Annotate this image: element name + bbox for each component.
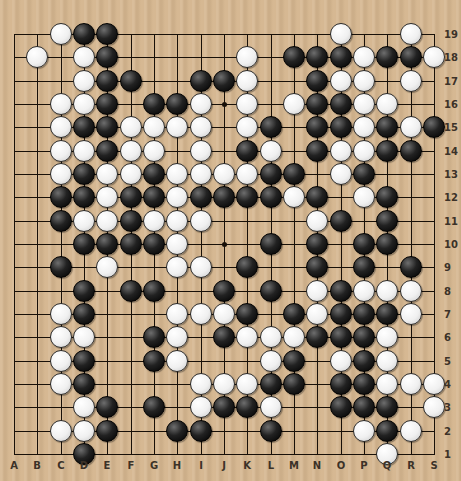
row-label-14: 14 <box>444 146 458 157</box>
white-stone-I14[interactable] <box>190 140 212 162</box>
column-label-I: I <box>199 460 203 471</box>
black-stone-Q12[interactable] <box>376 186 398 208</box>
white-stone-Q4[interactable] <box>376 373 398 395</box>
black-stone-G12[interactable] <box>143 186 165 208</box>
black-stone-J3[interactable] <box>213 396 235 418</box>
black-stone-D15[interactable] <box>73 116 95 138</box>
white-stone-C2[interactable] <box>50 420 72 442</box>
white-stone-N11[interactable] <box>306 210 328 232</box>
black-stone-N17[interactable] <box>306 70 328 92</box>
white-stone-C13[interactable] <box>50 163 72 185</box>
white-stone-F13[interactable] <box>120 163 142 185</box>
black-stone-P7[interactable] <box>353 303 375 325</box>
black-stone-G5[interactable] <box>143 350 165 372</box>
white-stone-E12[interactable] <box>96 186 118 208</box>
white-stone-Q5[interactable] <box>376 350 398 372</box>
black-stone-Q18[interactable] <box>376 46 398 68</box>
white-stone-Q8[interactable] <box>376 280 398 302</box>
white-stone-P8[interactable] <box>353 280 375 302</box>
black-stone-G3[interactable] <box>143 396 165 418</box>
white-stone-D14[interactable] <box>73 140 95 162</box>
white-stone-D2[interactable] <box>73 420 95 442</box>
column-label-H: H <box>173 460 181 471</box>
black-stone-N10[interactable] <box>306 233 328 255</box>
black-stone-Q15[interactable] <box>376 116 398 138</box>
white-stone-K13[interactable] <box>236 163 258 185</box>
black-stone-M13[interactable] <box>283 163 305 185</box>
white-stone-G14[interactable] <box>143 140 165 162</box>
black-stone-D13[interactable] <box>73 163 95 185</box>
white-stone-I4[interactable] <box>190 373 212 395</box>
black-stone-P13[interactable] <box>353 163 375 185</box>
white-stone-E9[interactable] <box>96 256 118 278</box>
white-stone-D11[interactable] <box>73 210 95 232</box>
black-stone-M5[interactable] <box>283 350 305 372</box>
black-stone-C11[interactable] <box>50 210 72 232</box>
black-stone-P3[interactable] <box>353 396 375 418</box>
row-label-10: 10 <box>444 239 458 250</box>
white-stone-H15[interactable] <box>166 116 188 138</box>
white-stone-G11[interactable] <box>143 210 165 232</box>
black-stone-H16[interactable] <box>166 93 188 115</box>
black-stone-D5[interactable] <box>73 350 95 372</box>
row-label-9: 9 <box>444 262 451 273</box>
white-stone-L14[interactable] <box>260 140 282 162</box>
black-stone-G8[interactable] <box>143 280 165 302</box>
white-stone-H6[interactable] <box>166 326 188 348</box>
black-stone-G10[interactable] <box>143 233 165 255</box>
white-stone-K6[interactable] <box>236 326 258 348</box>
white-stone-H11[interactable] <box>166 210 188 232</box>
white-stone-R17[interactable] <box>400 70 422 92</box>
black-stone-O15[interactable] <box>330 116 352 138</box>
white-stone-P12[interactable] <box>353 186 375 208</box>
row-label-6: 6 <box>444 332 451 343</box>
black-stone-L4[interactable] <box>260 373 282 395</box>
white-stone-O19[interactable] <box>330 23 352 45</box>
column-label-S: S <box>430 460 437 471</box>
white-stone-F14[interactable] <box>120 140 142 162</box>
column-label-K: K <box>243 460 251 471</box>
white-stone-O5[interactable] <box>330 350 352 372</box>
white-stone-R15[interactable] <box>400 116 422 138</box>
white-stone-D17[interactable] <box>73 70 95 92</box>
black-stone-L10[interactable] <box>260 233 282 255</box>
black-stone-C9[interactable] <box>50 256 72 278</box>
white-stone-R19[interactable] <box>400 23 422 45</box>
black-stone-I17[interactable] <box>190 70 212 92</box>
black-stone-E18[interactable] <box>96 46 118 68</box>
white-stone-Q6[interactable] <box>376 326 398 348</box>
white-stone-P18[interactable] <box>353 46 375 68</box>
black-stone-F10[interactable] <box>120 233 142 255</box>
white-stone-C19[interactable] <box>50 23 72 45</box>
white-stone-I15[interactable] <box>190 116 212 138</box>
black-stone-M7[interactable] <box>283 303 305 325</box>
column-label-M: M <box>289 460 299 471</box>
white-stone-M12[interactable] <box>283 186 305 208</box>
white-stone-P14[interactable] <box>353 140 375 162</box>
black-stone-E17[interactable] <box>96 70 118 92</box>
white-stone-H9[interactable] <box>166 256 188 278</box>
black-stone-G13[interactable] <box>143 163 165 185</box>
black-stone-O8[interactable] <box>330 280 352 302</box>
column-label-N: N <box>313 460 321 471</box>
row-label-12: 12 <box>444 192 458 203</box>
white-stone-K16[interactable] <box>236 93 258 115</box>
black-stone-N18[interactable] <box>306 46 328 68</box>
white-stone-S3[interactable] <box>423 396 445 418</box>
column-label-P: P <box>360 460 367 471</box>
black-stone-D19[interactable] <box>73 23 95 45</box>
black-stone-K3[interactable] <box>236 396 258 418</box>
white-stone-R8[interactable] <box>400 280 422 302</box>
white-stone-E11[interactable] <box>96 210 118 232</box>
black-stone-I12[interactable] <box>190 186 212 208</box>
black-stone-F11[interactable] <box>120 210 142 232</box>
black-stone-K7[interactable] <box>236 303 258 325</box>
white-stone-C7[interactable] <box>50 303 72 325</box>
black-stone-O7[interactable] <box>330 303 352 325</box>
black-stone-Q7[interactable] <box>376 303 398 325</box>
black-stone-P9[interactable] <box>353 256 375 278</box>
black-stone-J17[interactable] <box>213 70 235 92</box>
white-stone-N7[interactable] <box>306 303 328 325</box>
white-stone-I16[interactable] <box>190 93 212 115</box>
black-stone-O16[interactable] <box>330 93 352 115</box>
white-stone-K18[interactable] <box>236 46 258 68</box>
white-stone-H13[interactable] <box>166 163 188 185</box>
column-label-C: C <box>57 460 64 471</box>
black-stone-E3[interactable] <box>96 396 118 418</box>
black-stone-J6[interactable] <box>213 326 235 348</box>
white-stone-C4[interactable] <box>50 373 72 395</box>
white-stone-R7[interactable] <box>400 303 422 325</box>
white-stone-J4[interactable] <box>213 373 235 395</box>
row-label-1: 1 <box>444 449 451 460</box>
black-stone-E16[interactable] <box>96 93 118 115</box>
row-label-19: 19 <box>444 29 458 40</box>
black-stone-I2[interactable] <box>190 420 212 442</box>
black-stone-F8[interactable] <box>120 280 142 302</box>
white-stone-K15[interactable] <box>236 116 258 138</box>
white-stone-C6[interactable] <box>50 326 72 348</box>
white-stone-C14[interactable] <box>50 140 72 162</box>
column-label-R: R <box>407 460 415 471</box>
white-stone-I3[interactable] <box>190 396 212 418</box>
black-stone-R14[interactable] <box>400 140 422 162</box>
white-stone-G15[interactable] <box>143 116 165 138</box>
black-stone-D10[interactable] <box>73 233 95 255</box>
black-stone-E19[interactable] <box>96 23 118 45</box>
black-stone-Q2[interactable] <box>376 420 398 442</box>
white-stone-M16[interactable] <box>283 93 305 115</box>
white-stone-L3[interactable] <box>260 396 282 418</box>
black-stone-R9[interactable] <box>400 256 422 278</box>
white-stone-R4[interactable] <box>400 373 422 395</box>
column-label-A: A <box>10 460 18 471</box>
row-label-2: 2 <box>444 426 451 437</box>
black-stone-D7[interactable] <box>73 303 95 325</box>
star-point <box>222 102 227 107</box>
row-label-11: 11 <box>444 216 458 227</box>
column-label-B: B <box>33 460 41 471</box>
black-stone-D12[interactable] <box>73 186 95 208</box>
black-stone-N15[interactable] <box>306 116 328 138</box>
black-stone-N16[interactable] <box>306 93 328 115</box>
column-label-D: D <box>80 460 88 471</box>
row-label-3: 3 <box>444 402 451 413</box>
black-stone-N14[interactable] <box>306 140 328 162</box>
black-stone-F12[interactable] <box>120 186 142 208</box>
column-label-G: G <box>150 460 158 471</box>
black-stone-O18[interactable] <box>330 46 352 68</box>
black-stone-E2[interactable] <box>96 420 118 442</box>
row-label-7: 7 <box>444 309 451 320</box>
white-stone-O17[interactable] <box>330 70 352 92</box>
black-stone-N9[interactable] <box>306 256 328 278</box>
black-stone-D4[interactable] <box>73 373 95 395</box>
white-stone-D3[interactable] <box>73 396 95 418</box>
white-stone-R2[interactable] <box>400 420 422 442</box>
black-stone-L2[interactable] <box>260 420 282 442</box>
white-stone-C5[interactable] <box>50 350 72 372</box>
white-stone-O13[interactable] <box>330 163 352 185</box>
go-board-screenshot: ABCDEFGHIJKLMNOPQRS 19181716151413121110… <box>0 0 461 481</box>
black-stone-J12[interactable] <box>213 186 235 208</box>
white-stone-F15[interactable] <box>120 116 142 138</box>
black-stone-K14[interactable] <box>236 140 258 162</box>
row-label-8: 8 <box>444 286 451 297</box>
white-stone-I9[interactable] <box>190 256 212 278</box>
black-stone-C12[interactable] <box>50 186 72 208</box>
black-stone-E15[interactable] <box>96 116 118 138</box>
white-stone-L5[interactable] <box>260 350 282 372</box>
row-label-16: 16 <box>444 99 458 110</box>
black-stone-O6[interactable] <box>330 326 352 348</box>
black-stone-H2[interactable] <box>166 420 188 442</box>
white-stone-J7[interactable] <box>213 303 235 325</box>
white-stone-I11[interactable] <box>190 210 212 232</box>
black-stone-P6[interactable] <box>353 326 375 348</box>
black-stone-R18[interactable] <box>400 46 422 68</box>
black-stone-Q10[interactable] <box>376 233 398 255</box>
black-stone-K9[interactable] <box>236 256 258 278</box>
black-stone-N12[interactable] <box>306 186 328 208</box>
row-label-15: 15 <box>444 122 458 133</box>
white-stone-P15[interactable] <box>353 116 375 138</box>
black-stone-O11[interactable] <box>330 210 352 232</box>
white-stone-P16[interactable] <box>353 93 375 115</box>
black-stone-E10[interactable] <box>96 233 118 255</box>
black-stone-K12[interactable] <box>236 186 258 208</box>
black-stone-O4[interactable] <box>330 373 352 395</box>
white-stone-S18[interactable] <box>423 46 445 68</box>
black-stone-E14[interactable] <box>96 140 118 162</box>
white-stone-C16[interactable] <box>50 93 72 115</box>
white-stone-H7[interactable] <box>166 303 188 325</box>
column-label-L: L <box>268 460 274 471</box>
black-stone-F17[interactable] <box>120 70 142 92</box>
black-stone-G6[interactable] <box>143 326 165 348</box>
white-stone-K17[interactable] <box>236 70 258 92</box>
column-label-Q: Q <box>383 460 392 471</box>
white-stone-D16[interactable] <box>73 93 95 115</box>
white-stone-N8[interactable] <box>306 280 328 302</box>
black-stone-J8[interactable] <box>213 280 235 302</box>
black-stone-G16[interactable] <box>143 93 165 115</box>
white-stone-B18[interactable] <box>26 46 48 68</box>
white-stone-H5[interactable] <box>166 350 188 372</box>
white-stone-O14[interactable] <box>330 140 352 162</box>
white-stone-E13[interactable] <box>96 163 118 185</box>
star-point <box>222 242 227 247</box>
white-stone-S4[interactable] <box>423 373 445 395</box>
row-label-13: 13 <box>444 169 458 180</box>
white-stone-H12[interactable] <box>166 186 188 208</box>
column-label-E: E <box>104 460 111 471</box>
black-stone-L15[interactable] <box>260 116 282 138</box>
white-stone-J13[interactable] <box>213 163 235 185</box>
black-stone-N6[interactable] <box>306 326 328 348</box>
black-stone-S15[interactable] <box>423 116 445 138</box>
white-stone-P17[interactable] <box>353 70 375 92</box>
black-stone-L13[interactable] <box>260 163 282 185</box>
black-stone-P5[interactable] <box>353 350 375 372</box>
white-stone-I13[interactable] <box>190 163 212 185</box>
black-stone-P4[interactable] <box>353 373 375 395</box>
white-stone-C15[interactable] <box>50 116 72 138</box>
row-label-17: 17 <box>444 76 458 87</box>
black-stone-M18[interactable] <box>283 46 305 68</box>
black-stone-L8[interactable] <box>260 280 282 302</box>
white-stone-I7[interactable] <box>190 303 212 325</box>
black-stone-Q3[interactable] <box>376 396 398 418</box>
white-stone-K4[interactable] <box>236 373 258 395</box>
row-label-5: 5 <box>444 356 451 367</box>
white-stone-D6[interactable] <box>73 326 95 348</box>
row-label-18: 18 <box>444 52 458 63</box>
white-stone-D18[interactable] <box>73 46 95 68</box>
black-stone-L12[interactable] <box>260 186 282 208</box>
column-label-F: F <box>128 460 135 471</box>
white-stone-P2[interactable] <box>353 420 375 442</box>
white-stone-Q16[interactable] <box>376 93 398 115</box>
column-label-J: J <box>222 460 226 471</box>
white-stone-H10[interactable] <box>166 233 188 255</box>
column-label-O: O <box>337 460 346 471</box>
black-stone-D8[interactable] <box>73 280 95 302</box>
black-stone-Q14[interactable] <box>376 140 398 162</box>
row-label-4: 4 <box>444 379 451 390</box>
black-stone-M4[interactable] <box>283 373 305 395</box>
white-stone-L6[interactable] <box>260 326 282 348</box>
black-stone-Q11[interactable] <box>376 210 398 232</box>
black-stone-O3[interactable] <box>330 396 352 418</box>
white-stone-M6[interactable] <box>283 326 305 348</box>
black-stone-P10[interactable] <box>353 233 375 255</box>
